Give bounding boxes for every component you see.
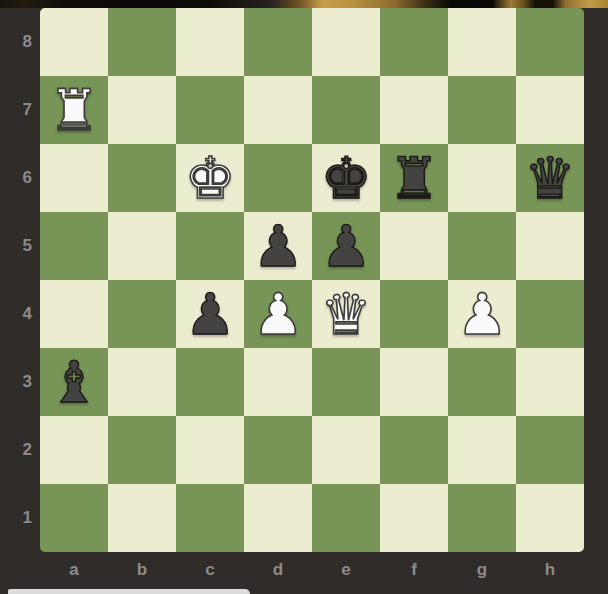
white-queen-e4[interactable]: ♛	[312, 280, 380, 348]
square-e8[interactable]	[312, 8, 380, 76]
square-c2[interactable]	[176, 416, 244, 484]
square-h8[interactable]	[516, 8, 584, 76]
square-a1[interactable]	[40, 484, 108, 552]
square-e5[interactable]: ♟	[312, 212, 380, 280]
black-queen-h6[interactable]: ♛	[516, 144, 584, 212]
square-a7[interactable]: ♜	[40, 76, 108, 144]
square-b1[interactable]	[108, 484, 176, 552]
square-d7[interactable]	[244, 76, 312, 144]
square-c5[interactable]	[176, 212, 244, 280]
black-rook-f6[interactable]: ♜	[380, 144, 448, 212]
rank-label-4: 4	[0, 280, 34, 348]
square-g2[interactable]	[448, 416, 516, 484]
square-b3[interactable]	[108, 348, 176, 416]
rank-label-7: 7	[0, 76, 34, 144]
square-a3[interactable]: ♝	[40, 348, 108, 416]
file-coordinates: abcdefgh	[40, 552, 584, 588]
square-d5[interactable]: ♟	[244, 212, 312, 280]
square-c8[interactable]	[176, 8, 244, 76]
file-label-f: f	[380, 552, 448, 588]
square-g7[interactable]	[448, 76, 516, 144]
square-a8[interactable]	[40, 8, 108, 76]
rank-label-1: 1	[0, 484, 34, 552]
square-h3[interactable]	[516, 348, 584, 416]
square-g6[interactable]	[448, 144, 516, 212]
black-pawn-d5[interactable]: ♟	[244, 212, 312, 280]
square-d2[interactable]	[244, 416, 312, 484]
square-h1[interactable]	[516, 484, 584, 552]
square-d6[interactable]	[244, 144, 312, 212]
file-label-d: d	[244, 552, 312, 588]
rank-label-8: 8	[0, 8, 34, 76]
square-h7[interactable]	[516, 76, 584, 144]
square-e7[interactable]	[312, 76, 380, 144]
square-f7[interactable]	[380, 76, 448, 144]
file-label-c: c	[176, 552, 244, 588]
square-e6[interactable]: ♚	[312, 144, 380, 212]
black-pawn-c4[interactable]: ♟	[176, 280, 244, 348]
white-rook-a7[interactable]: ♜	[40, 76, 108, 144]
square-c6[interactable]: ♚	[176, 144, 244, 212]
square-e2[interactable]	[312, 416, 380, 484]
square-e4[interactable]: ♛	[312, 280, 380, 348]
square-f8[interactable]	[380, 8, 448, 76]
square-h4[interactable]	[516, 280, 584, 348]
rank-label-3: 3	[0, 348, 34, 416]
file-label-a: a	[40, 552, 108, 588]
square-b5[interactable]	[108, 212, 176, 280]
square-c7[interactable]	[176, 76, 244, 144]
file-label-b: b	[108, 552, 176, 588]
square-e3[interactable]	[312, 348, 380, 416]
white-pawn-d4[interactable]: ♟	[244, 280, 312, 348]
rank-label-5: 5	[0, 212, 34, 280]
square-g5[interactable]	[448, 212, 516, 280]
square-a4[interactable]	[40, 280, 108, 348]
square-g1[interactable]	[448, 484, 516, 552]
file-label-g: g	[448, 552, 516, 588]
square-c3[interactable]	[176, 348, 244, 416]
square-b2[interactable]	[108, 416, 176, 484]
file-label-h: h	[516, 552, 584, 588]
black-pawn-e5[interactable]: ♟	[312, 212, 380, 280]
chess-app-stage: ♜♚♚♜♛♟♟♟♟♛♟♝ 87654321 abcdefgh	[0, 0, 608, 594]
square-f1[interactable]	[380, 484, 448, 552]
square-g3[interactable]	[448, 348, 516, 416]
black-king-e6[interactable]: ♚	[312, 144, 380, 212]
square-f6[interactable]: ♜	[380, 144, 448, 212]
square-f2[interactable]	[380, 416, 448, 484]
rank-label-2: 2	[0, 416, 34, 484]
background-artwork-strip	[0, 0, 608, 8]
square-d8[interactable]	[244, 8, 312, 76]
square-h5[interactable]	[516, 212, 584, 280]
black-bishop-a3[interactable]: ♝	[40, 348, 108, 416]
file-label-e: e	[312, 552, 380, 588]
square-b4[interactable]	[108, 280, 176, 348]
square-b7[interactable]	[108, 76, 176, 144]
white-pawn-g4[interactable]: ♟	[448, 280, 516, 348]
square-b8[interactable]	[108, 8, 176, 76]
square-a5[interactable]	[40, 212, 108, 280]
square-a2[interactable]	[40, 416, 108, 484]
white-king-c6[interactable]: ♚	[176, 144, 244, 212]
rank-label-6: 6	[0, 144, 34, 212]
square-e1[interactable]	[312, 484, 380, 552]
square-b6[interactable]	[108, 144, 176, 212]
square-g8[interactable]	[448, 8, 516, 76]
square-h6[interactable]: ♛	[516, 144, 584, 212]
square-g4[interactable]: ♟	[448, 280, 516, 348]
square-d1[interactable]	[244, 484, 312, 552]
rank-coordinates: 87654321	[0, 8, 34, 552]
square-f3[interactable]	[380, 348, 448, 416]
square-c1[interactable]	[176, 484, 244, 552]
square-d4[interactable]: ♟	[244, 280, 312, 348]
square-f5[interactable]	[380, 212, 448, 280]
chess-board[interactable]: ♜♚♚♜♛♟♟♟♟♛♟♝	[40, 8, 584, 552]
square-d3[interactable]	[244, 348, 312, 416]
square-h2[interactable]	[516, 416, 584, 484]
square-c4[interactable]: ♟	[176, 280, 244, 348]
square-a6[interactable]	[40, 144, 108, 212]
bottom-panel-edge	[8, 589, 250, 594]
square-f4[interactable]	[380, 280, 448, 348]
